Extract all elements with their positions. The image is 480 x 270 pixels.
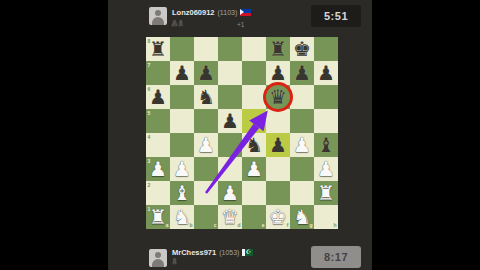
square-g8[interactable]: ♚ (290, 37, 314, 61)
square-b7[interactable]: ♟ (170, 61, 194, 85)
square-h1[interactable]: h (314, 205, 338, 229)
square-b5[interactable] (170, 109, 194, 133)
black-bishop-h4[interactable]: ♝ (317, 133, 335, 157)
square-h6[interactable] (314, 85, 338, 109)
clock-bottom: 8:17 (311, 246, 361, 268)
black-pawn-a6[interactable]: ♟ (149, 85, 167, 109)
black-knight-e4[interactable]: ♞ (245, 133, 263, 157)
square-h2[interactable]: ♜ (314, 181, 338, 205)
player-bottom-name: MrChess971 (172, 248, 216, 257)
square-g5[interactable] (290, 109, 314, 133)
black-pawn-f7[interactable]: ♟ (269, 61, 287, 85)
square-a3[interactable]: 3♟ (146, 157, 170, 181)
black-king-g8[interactable]: ♚ (293, 37, 311, 61)
black-rook-f8[interactable]: ♜ (269, 37, 287, 61)
rank-label-5: 5 (148, 111, 151, 116)
avatar-silhouette (155, 252, 161, 258)
black-pawn-h7[interactable]: ♟ (317, 61, 335, 85)
file-label-a: a (166, 223, 169, 228)
file-label-h: h (333, 223, 336, 228)
rank-label-6: 6 (148, 87, 151, 92)
square-h8[interactable] (314, 37, 338, 61)
square-c5[interactable] (194, 109, 218, 133)
black-pawn-b7[interactable]: ♟ (173, 61, 191, 85)
square-d3[interactable] (218, 157, 242, 181)
square-d5[interactable]: ♟ (218, 109, 242, 133)
square-b4[interactable] (170, 133, 194, 157)
square-a8[interactable]: 8♜ (146, 37, 170, 61)
square-d4[interactable] (218, 133, 242, 157)
black-pawn-c7[interactable]: ♟ (197, 61, 215, 85)
square-b1[interactable]: b♞ (170, 205, 194, 229)
white-pawn-h3[interactable]: ♟ (317, 157, 335, 181)
captured-pieces-bottom: ♝ (171, 258, 177, 266)
square-b6[interactable] (170, 85, 194, 109)
square-c6[interactable]: ♞ (194, 85, 218, 109)
captured-pieces-top: ♟♝ (171, 20, 183, 28)
white-knight-g1[interactable]: ♞ (293, 205, 311, 229)
file-label-d: d (237, 223, 240, 228)
avatar-silhouette (155, 10, 161, 16)
clock-top: 5:51 (311, 5, 361, 27)
square-a2[interactable]: 2 (146, 181, 170, 205)
file-label-e: e (262, 223, 265, 228)
square-a4[interactable]: 4 (146, 133, 170, 157)
square-f8[interactable]: ♜ (266, 37, 290, 61)
philippines-flag-icon (240, 9, 251, 16)
player-bottom-rating: (1053) (219, 249, 239, 256)
player-top-name-line[interactable]: Lonz060912 (1103) (172, 8, 251, 17)
rank-label-7: 7 (148, 63, 151, 68)
square-c7[interactable]: ♟ (194, 61, 218, 85)
square-h3[interactable]: ♟ (314, 157, 338, 181)
square-g6[interactable] (290, 85, 314, 109)
rank-label-4: 4 (148, 135, 151, 140)
file-label-b: b (189, 223, 192, 228)
white-pawn-d2[interactable]: ♟ (221, 181, 239, 205)
square-e1[interactable]: e (242, 205, 266, 229)
square-d7[interactable] (218, 61, 242, 85)
white-queen-d1[interactable]: ♛ (221, 205, 239, 229)
square-d2[interactable]: ♟ (218, 181, 242, 205)
square-h5[interactable] (314, 109, 338, 133)
square-c8[interactable] (194, 37, 218, 61)
chess-board: 8♜♜♚7♟♟♟♟♟6♟♞♛5♟4♟♞♟♟♝3♟♟♟♟2♝♟♜1a♜b♞cd♛e… (146, 37, 338, 229)
square-e7[interactable] (242, 61, 266, 85)
white-knight-b1[interactable]: ♞ (173, 205, 191, 229)
avatar-bottom[interactable] (149, 249, 167, 267)
square-e4[interactable]: ♞ (242, 133, 266, 157)
square-b3[interactable]: ♟ (170, 157, 194, 181)
avatar-top[interactable] (149, 7, 167, 25)
square-a1[interactable]: 1a♜ (146, 205, 170, 229)
square-f5[interactable] (266, 109, 290, 133)
square-b8[interactable] (170, 37, 194, 61)
square-c2[interactable] (194, 181, 218, 205)
square-g2[interactable] (290, 181, 314, 205)
square-f4[interactable]: ♟ (266, 133, 290, 157)
black-knight-c6[interactable]: ♞ (197, 85, 215, 109)
player-top-name: Lonz060912 (172, 8, 215, 17)
app-screen: Lonz060912 (1103) ♟♝ +1 5:51 8♜♜♚7♟♟♟♟♟6… (108, 0, 372, 270)
square-h7[interactable]: ♟ (314, 61, 338, 85)
square-e8[interactable] (242, 37, 266, 61)
square-a5[interactable]: 5 (146, 109, 170, 133)
black-pawn-g7[interactable]: ♟ (293, 61, 311, 85)
file-label-c: c (214, 223, 217, 228)
square-g4[interactable]: ♟ (290, 133, 314, 157)
square-f7[interactable]: ♟ (266, 61, 290, 85)
rank-label-2: 2 (148, 183, 151, 188)
square-d1[interactable]: d♛ (218, 205, 242, 229)
rank-label-8: 8 (148, 39, 151, 44)
square-g3[interactable] (290, 157, 314, 181)
square-f6[interactable]: ♛ (266, 85, 290, 109)
square-e2[interactable] (242, 181, 266, 205)
white-pawn-b3[interactable]: ♟ (173, 157, 191, 181)
player-bottom-name-line[interactable]: MrChess971 (1053) (172, 248, 253, 257)
black-pawn-f4[interactable]: ♟ (269, 133, 287, 157)
white-pawn-g4[interactable]: ♟ (293, 133, 311, 157)
square-a7[interactable]: 7 (146, 61, 170, 85)
player-top-rating: (1103) (218, 9, 238, 16)
square-f1[interactable]: f♚ (266, 205, 290, 229)
white-king-f1[interactable]: ♚ (269, 205, 287, 229)
square-c3[interactable] (194, 157, 218, 181)
square-g7[interactable]: ♟ (290, 61, 314, 85)
white-pawn-c4[interactable]: ♟ (197, 133, 215, 157)
white-rook-a1[interactable]: ♜ (149, 205, 167, 229)
square-e6[interactable] (242, 85, 266, 109)
square-e3[interactable]: ♟ (242, 157, 266, 181)
pakistan-flag-icon (242, 249, 253, 256)
square-e5[interactable] (242, 109, 266, 133)
square-g1[interactable]: g♞ (290, 205, 314, 229)
black-pawn-d5[interactable]: ♟ (221, 109, 239, 133)
square-f2[interactable] (266, 181, 290, 205)
video-frame: Lonz060912 (1103) ♟♝ +1 5:51 8♜♜♚7♟♟♟♟♟6… (0, 0, 480, 270)
square-d8[interactable] (218, 37, 242, 61)
square-a6[interactable]: 6♟ (146, 85, 170, 109)
black-rook-a8[interactable]: ♜ (149, 37, 167, 61)
white-pawn-a3[interactable]: ♟ (149, 157, 167, 181)
square-b2[interactable]: ♝ (170, 181, 194, 205)
rank-label-3: 3 (148, 159, 151, 164)
white-rook-h2[interactable]: ♜ (317, 181, 335, 205)
white-bishop-b2[interactable]: ♝ (173, 181, 191, 205)
material-score-top: +1 (237, 21, 244, 28)
square-c1[interactable]: c (194, 205, 218, 229)
rank-label-1: 1 (148, 207, 151, 212)
black-queen-f6[interactable]: ♛ (269, 85, 287, 109)
file-label-f: f (287, 223, 289, 228)
square-f3[interactable] (266, 157, 290, 181)
square-d6[interactable] (218, 85, 242, 109)
white-pawn-e3[interactable]: ♟ (245, 157, 263, 181)
square-h4[interactable]: ♝ (314, 133, 338, 157)
file-label-g: g (309, 223, 312, 228)
square-c4[interactable]: ♟ (194, 133, 218, 157)
